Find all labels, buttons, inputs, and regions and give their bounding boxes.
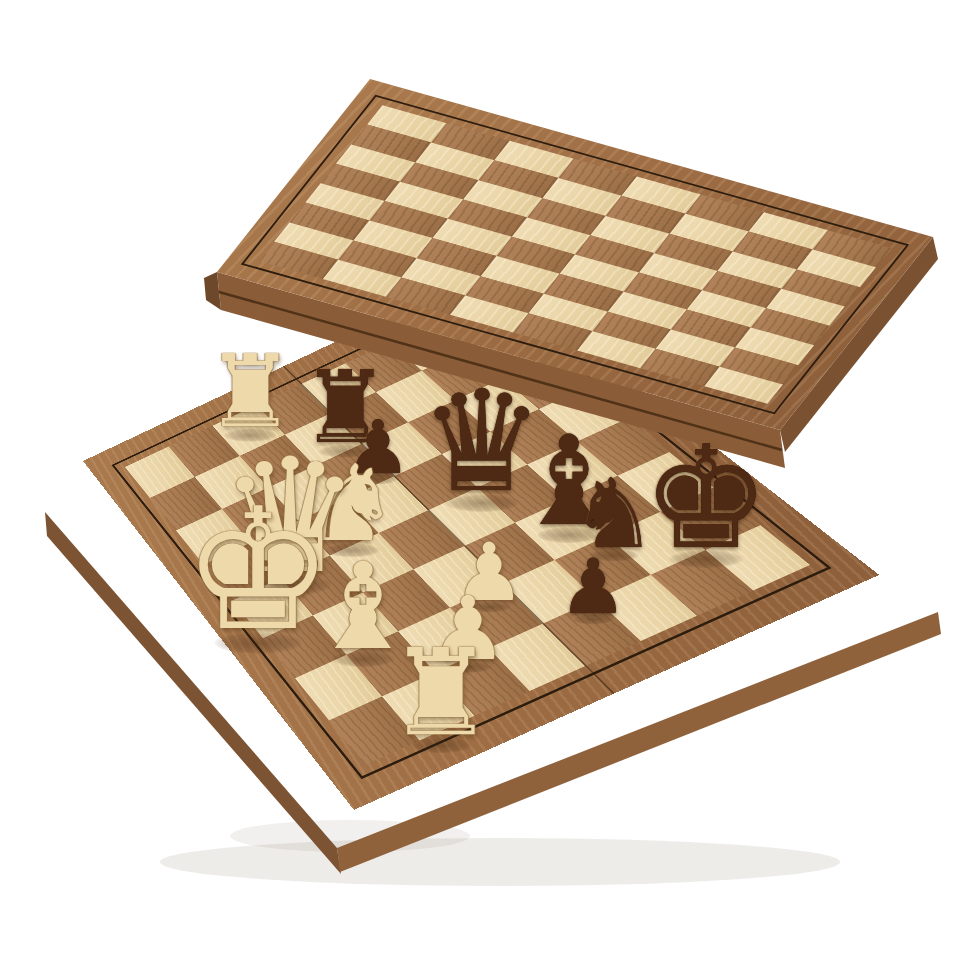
- folded-box-left-end-cap: [204, 272, 221, 310]
- product-photo-scene: ♜♜♟♛♝♛♞♞♚♚♟♝♟♟♜: [0, 0, 960, 960]
